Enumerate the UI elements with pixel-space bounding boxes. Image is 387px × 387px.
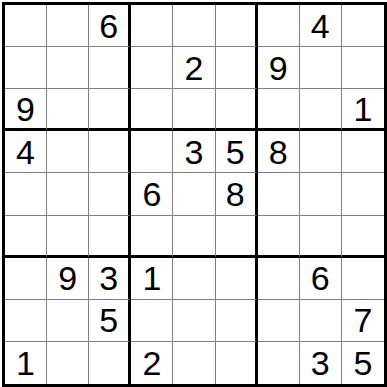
- cell-r4c7-given-8[interactable]: 8: [258, 131, 300, 173]
- cell-r9c6-empty[interactable]: [216, 342, 258, 384]
- cell-r5c9-empty[interactable]: [342, 173, 384, 215]
- cell-r5c3-empty[interactable]: [89, 173, 131, 215]
- cell-r1c5-empty[interactable]: [173, 5, 215, 47]
- cell-r2c8-empty[interactable]: [300, 47, 342, 89]
- cell-r8c8-empty[interactable]: [300, 300, 342, 342]
- cell-r9c7-empty[interactable]: [258, 342, 300, 384]
- cell-r6c8-empty[interactable]: [300, 216, 342, 258]
- cell-r9c8-given-3[interactable]: 3: [300, 342, 342, 384]
- cell-r1c4-empty[interactable]: [131, 5, 173, 47]
- cell-r9c1-given-1[interactable]: 1: [5, 342, 47, 384]
- cell-r8c7-empty[interactable]: [258, 300, 300, 342]
- sudoku-page: 6429914358689316571235: [0, 0, 387, 387]
- cell-r8c1-empty[interactable]: [5, 300, 47, 342]
- cell-r6c1-empty[interactable]: [5, 216, 47, 258]
- cell-r3c6-empty[interactable]: [216, 89, 258, 131]
- cell-r6c9-empty[interactable]: [342, 216, 384, 258]
- cell-r7c6-empty[interactable]: [216, 258, 258, 300]
- cell-r8c4-empty[interactable]: [131, 300, 173, 342]
- cell-r3c3-empty[interactable]: [89, 89, 131, 131]
- cell-r2c1-empty[interactable]: [5, 47, 47, 89]
- cell-r4c8-empty[interactable]: [300, 131, 342, 173]
- cell-r9c2-empty[interactable]: [47, 342, 89, 384]
- cell-r4c5-given-3[interactable]: 3: [173, 131, 215, 173]
- cell-r7c8-given-6[interactable]: 6: [300, 258, 342, 300]
- cell-r5c7-empty[interactable]: [258, 173, 300, 215]
- cell-r3c5-empty[interactable]: [173, 89, 215, 131]
- cell-r7c3-given-3[interactable]: 3: [89, 258, 131, 300]
- cell-r4c1-given-4[interactable]: 4: [5, 131, 47, 173]
- cell-r1c7-empty[interactable]: [258, 5, 300, 47]
- cell-r6c5-empty[interactable]: [173, 216, 215, 258]
- cell-r3c7-empty[interactable]: [258, 89, 300, 131]
- cell-r2c5-given-2[interactable]: 2: [173, 47, 215, 89]
- cell-r4c4-empty[interactable]: [131, 131, 173, 173]
- cell-r8c9-given-7[interactable]: 7: [342, 300, 384, 342]
- cell-r1c8-given-4[interactable]: 4: [300, 5, 342, 47]
- cell-r7c9-empty[interactable]: [342, 258, 384, 300]
- cell-r4c9-empty[interactable]: [342, 131, 384, 173]
- cell-r9c5-empty[interactable]: [173, 342, 215, 384]
- cell-r9c3-empty[interactable]: [89, 342, 131, 384]
- cell-r9c4-given-2[interactable]: 2: [131, 342, 173, 384]
- cell-r5c2-empty[interactable]: [47, 173, 89, 215]
- cell-r7c5-empty[interactable]: [173, 258, 215, 300]
- cell-r1c2-empty[interactable]: [47, 5, 89, 47]
- cell-r1c3-given-6[interactable]: 6: [89, 5, 131, 47]
- cell-r2c2-empty[interactable]: [47, 47, 89, 89]
- cell-r3c9-given-1[interactable]: 1: [342, 89, 384, 131]
- cell-r5c8-empty[interactable]: [300, 173, 342, 215]
- cell-r5c5-empty[interactable]: [173, 173, 215, 215]
- cell-r2c6-empty[interactable]: [216, 47, 258, 89]
- cell-r8c6-empty[interactable]: [216, 300, 258, 342]
- cell-r3c1-given-9[interactable]: 9: [5, 89, 47, 131]
- cell-r6c6-empty[interactable]: [216, 216, 258, 258]
- cell-r7c2-given-9[interactable]: 9: [47, 258, 89, 300]
- cell-r2c7-given-9[interactable]: 9: [258, 47, 300, 89]
- cell-r5c1-empty[interactable]: [5, 173, 47, 215]
- cell-r6c2-empty[interactable]: [47, 216, 89, 258]
- cell-r4c6-given-5[interactable]: 5: [216, 131, 258, 173]
- cell-r2c4-empty[interactable]: [131, 47, 173, 89]
- cell-r7c1-empty[interactable]: [5, 258, 47, 300]
- cell-r1c6-empty[interactable]: [216, 5, 258, 47]
- cell-r1c9-empty[interactable]: [342, 5, 384, 47]
- sudoku-board: 6429914358689316571235: [2, 2, 387, 387]
- cell-r4c3-empty[interactable]: [89, 131, 131, 173]
- cell-r5c4-given-6[interactable]: 6: [131, 173, 173, 215]
- cell-r3c8-empty[interactable]: [300, 89, 342, 131]
- cell-r7c4-given-1[interactable]: 1: [131, 258, 173, 300]
- cell-r6c3-empty[interactable]: [89, 216, 131, 258]
- cell-r4c2-empty[interactable]: [47, 131, 89, 173]
- cell-r6c4-empty[interactable]: [131, 216, 173, 258]
- cell-r5c6-given-8[interactable]: 8: [216, 173, 258, 215]
- cell-r2c9-empty[interactable]: [342, 47, 384, 89]
- cell-r8c3-given-5[interactable]: 5: [89, 300, 131, 342]
- cell-r3c4-empty[interactable]: [131, 89, 173, 131]
- cell-r3c2-empty[interactable]: [47, 89, 89, 131]
- cell-r8c5-empty[interactable]: [173, 300, 215, 342]
- cell-r6c7-empty[interactable]: [258, 216, 300, 258]
- cell-r2c3-empty[interactable]: [89, 47, 131, 89]
- cell-r8c2-empty[interactable]: [47, 300, 89, 342]
- cell-r1c1-empty[interactable]: [5, 5, 47, 47]
- cell-r7c7-empty[interactable]: [258, 258, 300, 300]
- cell-r9c9-given-5[interactable]: 5: [342, 342, 384, 384]
